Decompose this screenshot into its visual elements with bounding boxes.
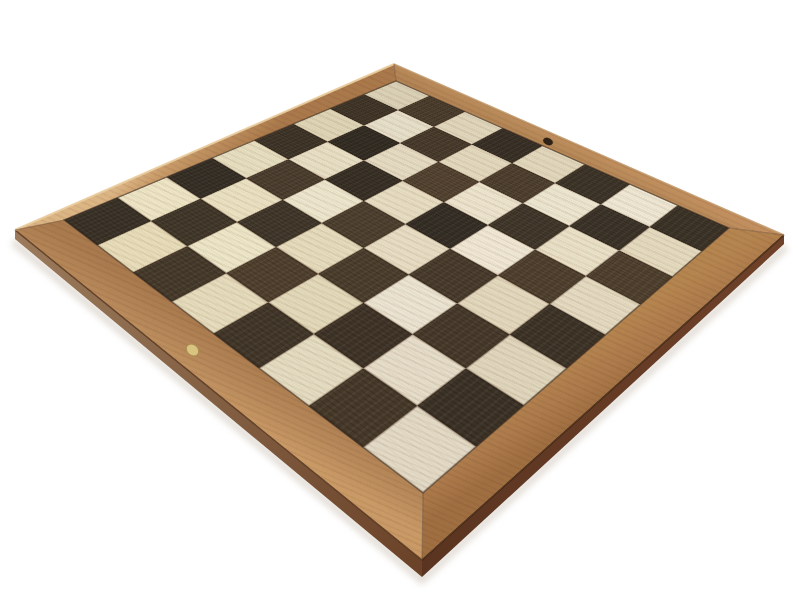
board-square — [510, 304, 606, 368]
board-square — [488, 203, 569, 249]
board-square — [254, 124, 327, 159]
board-square — [364, 81, 430, 110]
board-square — [64, 198, 151, 246]
board-square — [314, 303, 413, 368]
board-square — [325, 161, 403, 201]
board-side-left — [15, 230, 422, 577]
board-square — [417, 368, 524, 446]
board-squares-grid — [64, 81, 729, 493]
outer-edge-highlight-top-left — [15, 64, 394, 230]
board-square — [398, 96, 465, 127]
playing-field-seam — [64, 81, 729, 493]
board-square — [650, 205, 729, 251]
wood-grain-overlay — [0, 0, 800, 600]
frame-band-top-right — [394, 64, 784, 235]
board-square — [569, 204, 649, 250]
dark-inlay-dot — [542, 136, 554, 146]
board-square — [293, 109, 364, 142]
board-square — [363, 275, 457, 335]
brass-inlay-dot — [184, 342, 201, 359]
board-square — [167, 158, 247, 199]
outer-edge-highlight-top-right — [394, 64, 784, 235]
board-square — [363, 334, 466, 405]
board-square — [364, 110, 434, 143]
board-square — [330, 94, 398, 125]
board-square — [237, 200, 322, 247]
board-square — [512, 146, 585, 183]
miter-seam-bottom — [422, 493, 423, 560]
frame-band-bottom-left — [15, 220, 423, 560]
board-square — [309, 368, 418, 447]
board-square — [246, 159, 325, 200]
board-square — [434, 112, 503, 145]
board-square — [586, 251, 673, 305]
miter-seam-left — [15, 220, 64, 230]
frame-band-bottom-right — [422, 228, 784, 560]
board-square — [363, 406, 476, 493]
chessboard-product-photo — [0, 0, 800, 600]
board-square — [187, 222, 276, 273]
arris-edge-right — [422, 235, 784, 560]
board-square — [226, 247, 318, 302]
board-square — [276, 223, 364, 274]
board-square — [466, 335, 567, 406]
board-square — [555, 164, 630, 204]
board-square — [438, 144, 512, 182]
board-square — [405, 202, 488, 249]
board-square — [619, 227, 702, 277]
board-square — [172, 273, 269, 333]
miter-seam-right — [729, 228, 784, 235]
board-square — [283, 180, 364, 224]
board-square — [97, 221, 187, 272]
board-square — [409, 249, 498, 304]
board-square — [457, 275, 549, 334]
frame-band-top-left — [15, 64, 396, 230]
board-square — [318, 248, 409, 303]
outer-edge-outline — [15, 64, 784, 560]
board-square — [214, 302, 314, 368]
board-square — [535, 226, 619, 276]
board-square — [498, 250, 586, 304]
board-square — [444, 182, 523, 225]
board-square — [364, 224, 450, 275]
board-square — [322, 201, 406, 248]
board-square — [328, 125, 401, 160]
board-square — [450, 225, 535, 275]
board-over-layer — [0, 0, 800, 600]
board-square — [201, 178, 283, 222]
board-square — [479, 163, 555, 203]
board-square — [364, 143, 439, 181]
miter-seam-top — [394, 64, 396, 81]
board-square — [117, 177, 200, 221]
board-square — [472, 128, 543, 163]
board-side-right — [422, 235, 784, 577]
board-square — [133, 246, 226, 302]
board-square — [413, 303, 510, 368]
board-square — [259, 334, 363, 406]
board-shadow — [11, 238, 788, 585]
arris-edge-left — [15, 230, 422, 560]
board-square — [601, 184, 678, 227]
board-square — [550, 276, 641, 335]
board-under-layer — [0, 0, 800, 600]
board-square — [400, 127, 472, 162]
board-square — [403, 162, 480, 202]
board-square — [523, 183, 601, 226]
board-square — [212, 140, 288, 178]
board-square — [268, 274, 363, 334]
board-square — [151, 199, 237, 246]
board-square — [288, 142, 363, 180]
board-square — [364, 181, 444, 224]
